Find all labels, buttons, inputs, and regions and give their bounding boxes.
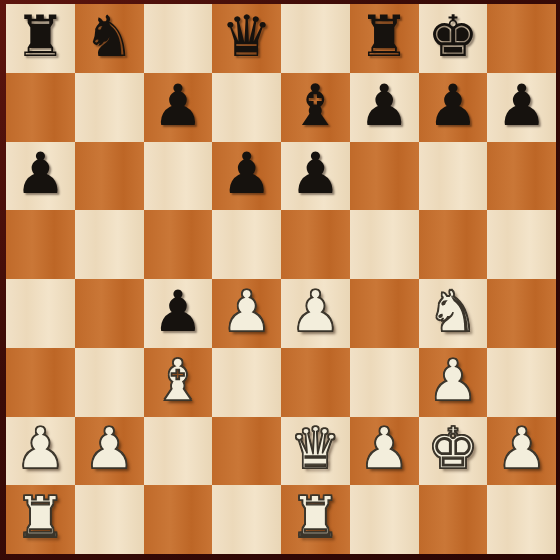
- square-f6[interactable]: [350, 142, 419, 211]
- square-e1[interactable]: ♜: [281, 485, 350, 554]
- white-knight-piece[interactable]: ♞: [427, 283, 478, 340]
- square-a4[interactable]: [6, 279, 75, 348]
- white-pawn-piece[interactable]: ♟: [427, 352, 478, 409]
- square-f5[interactable]: [350, 210, 419, 279]
- square-h1[interactable]: [487, 485, 556, 554]
- white-rook-piece[interactable]: ♜: [15, 489, 66, 546]
- square-g4[interactable]: ♞: [419, 279, 488, 348]
- black-pawn-piece[interactable]: ♟: [496, 77, 547, 134]
- square-a5[interactable]: [6, 210, 75, 279]
- square-g2[interactable]: ♚: [419, 417, 488, 486]
- square-f7[interactable]: ♟: [350, 73, 419, 142]
- square-b2[interactable]: ♟: [75, 417, 144, 486]
- black-pawn-piece[interactable]: ♟: [221, 145, 272, 202]
- square-e3[interactable]: [281, 348, 350, 417]
- square-d5[interactable]: [212, 210, 281, 279]
- white-pawn-piece[interactable]: ♟: [359, 420, 410, 477]
- square-h7[interactable]: ♟: [487, 73, 556, 142]
- chess-board: ♜♞♛♜♚♟♝♟♟♟♟♟♟♟♟♟♞♝♟♟♟♛♟♚♟♜♜: [6, 4, 556, 554]
- square-g8[interactable]: ♚: [419, 4, 488, 73]
- square-b6[interactable]: [75, 142, 144, 211]
- square-a1[interactable]: ♜: [6, 485, 75, 554]
- square-d3[interactable]: [212, 348, 281, 417]
- square-c4[interactable]: ♟: [144, 279, 213, 348]
- square-g6[interactable]: [419, 142, 488, 211]
- square-e8[interactable]: [281, 4, 350, 73]
- square-b7[interactable]: [75, 73, 144, 142]
- square-e4[interactable]: ♟: [281, 279, 350, 348]
- square-c6[interactable]: [144, 142, 213, 211]
- black-pawn-piece[interactable]: ♟: [15, 145, 66, 202]
- square-g5[interactable]: [419, 210, 488, 279]
- black-rook-piece[interactable]: ♜: [359, 8, 410, 65]
- square-c2[interactable]: [144, 417, 213, 486]
- square-c3[interactable]: ♝: [144, 348, 213, 417]
- square-b8[interactable]: ♞: [75, 4, 144, 73]
- square-d6[interactable]: ♟: [212, 142, 281, 211]
- square-h6[interactable]: [487, 142, 556, 211]
- black-pawn-piece[interactable]: ♟: [152, 77, 203, 134]
- square-e5[interactable]: [281, 210, 350, 279]
- white-pawn-piece[interactable]: ♟: [15, 420, 66, 477]
- black-pawn-piece[interactable]: ♟: [152, 283, 203, 340]
- square-b5[interactable]: [75, 210, 144, 279]
- black-pawn-piece[interactable]: ♟: [290, 145, 341, 202]
- square-d4[interactable]: ♟: [212, 279, 281, 348]
- black-rook-piece[interactable]: ♜: [15, 8, 66, 65]
- white-rook-piece[interactable]: ♜: [290, 489, 341, 546]
- square-a8[interactable]: ♜: [6, 4, 75, 73]
- square-h5[interactable]: [487, 210, 556, 279]
- square-e6[interactable]: ♟: [281, 142, 350, 211]
- square-d8[interactable]: ♛: [212, 4, 281, 73]
- square-a6[interactable]: ♟: [6, 142, 75, 211]
- square-b1[interactable]: [75, 485, 144, 554]
- square-b4[interactable]: [75, 279, 144, 348]
- white-bishop-piece[interactable]: ♝: [152, 352, 203, 409]
- white-pawn-piece[interactable]: ♟: [290, 283, 341, 340]
- black-bishop-piece[interactable]: ♝: [290, 77, 341, 134]
- square-h3[interactable]: [487, 348, 556, 417]
- square-g7[interactable]: ♟: [419, 73, 488, 142]
- chess-board-frame: ♜♞♛♜♚♟♝♟♟♟♟♟♟♟♟♟♞♝♟♟♟♛♟♚♟♜♜: [0, 0, 560, 560]
- square-c5[interactable]: [144, 210, 213, 279]
- square-c7[interactable]: ♟: [144, 73, 213, 142]
- square-b3[interactable]: [75, 348, 144, 417]
- square-h4[interactable]: [487, 279, 556, 348]
- square-d7[interactable]: [212, 73, 281, 142]
- square-a2[interactable]: ♟: [6, 417, 75, 486]
- square-d2[interactable]: [212, 417, 281, 486]
- white-queen-piece[interactable]: ♛: [290, 420, 341, 477]
- black-pawn-piece[interactable]: ♟: [359, 77, 410, 134]
- black-king-piece[interactable]: ♚: [427, 8, 478, 65]
- square-e7[interactable]: ♝: [281, 73, 350, 142]
- white-pawn-piece[interactable]: ♟: [221, 283, 272, 340]
- square-g1[interactable]: [419, 485, 488, 554]
- square-f4[interactable]: [350, 279, 419, 348]
- square-g3[interactable]: ♟: [419, 348, 488, 417]
- square-f2[interactable]: ♟: [350, 417, 419, 486]
- square-e2[interactable]: ♛: [281, 417, 350, 486]
- square-a7[interactable]: [6, 73, 75, 142]
- black-pawn-piece[interactable]: ♟: [427, 77, 478, 134]
- square-f8[interactable]: ♜: [350, 4, 419, 73]
- black-knight-piece[interactable]: ♞: [84, 8, 135, 65]
- square-h2[interactable]: ♟: [487, 417, 556, 486]
- square-f3[interactable]: [350, 348, 419, 417]
- square-c1[interactable]: [144, 485, 213, 554]
- square-h8[interactable]: [487, 4, 556, 73]
- white-king-piece[interactable]: ♚: [427, 420, 478, 477]
- square-a3[interactable]: [6, 348, 75, 417]
- white-pawn-piece[interactable]: ♟: [84, 420, 135, 477]
- square-c8[interactable]: [144, 4, 213, 73]
- square-d1[interactable]: [212, 485, 281, 554]
- white-pawn-piece[interactable]: ♟: [496, 420, 547, 477]
- black-queen-piece[interactable]: ♛: [221, 8, 272, 65]
- square-f1[interactable]: [350, 485, 419, 554]
